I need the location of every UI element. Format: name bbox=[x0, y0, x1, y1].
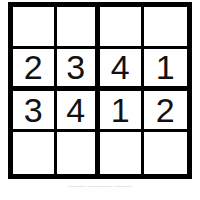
watermark-text: ──── ────── ──── bbox=[0, 182, 200, 190]
cell-r3c3[interactable]: 1 bbox=[100, 91, 144, 133]
cell-r1c4[interactable] bbox=[144, 7, 188, 49]
cell-r4c1[interactable] bbox=[13, 132, 57, 174]
cell-r2c4[interactable]: 1 bbox=[144, 49, 188, 91]
cell-r2c3[interactable]: 4 bbox=[100, 49, 144, 91]
cell-r4c2[interactable] bbox=[57, 132, 101, 174]
cell-r3c2[interactable]: 4 bbox=[57, 91, 101, 133]
sudoku-screenshot: 23413412 ──── ────── ──── bbox=[0, 0, 200, 200]
cell-r1c3[interactable] bbox=[100, 7, 144, 49]
cell-r1c1[interactable] bbox=[13, 7, 57, 49]
cell-r3c4[interactable]: 2 bbox=[144, 91, 188, 133]
sudoku-board: 23413412 bbox=[8, 2, 192, 179]
cell-r4c4[interactable] bbox=[144, 132, 188, 174]
cell-r2c1[interactable]: 2 bbox=[13, 49, 57, 91]
cell-r2c2[interactable]: 3 bbox=[57, 49, 101, 91]
cell-r3c1[interactable]: 3 bbox=[13, 91, 57, 133]
cell-r1c2[interactable] bbox=[57, 7, 101, 49]
cell-r4c3[interactable] bbox=[100, 132, 144, 174]
